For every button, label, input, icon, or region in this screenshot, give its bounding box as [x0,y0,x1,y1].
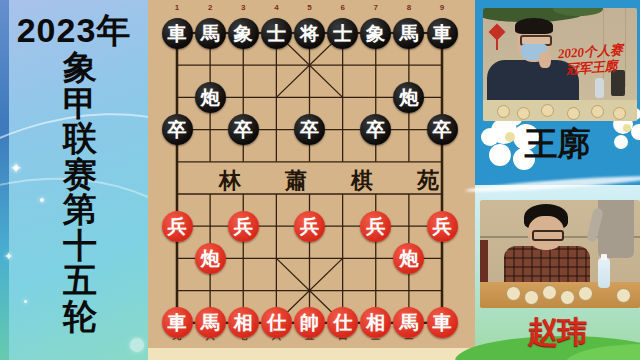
piece-black-馬[interactable]: 馬 [393,18,424,49]
event-title-char: 五 [0,263,160,299]
event-title-char: 十 [0,228,160,264]
event-title-char: 第 [0,192,160,228]
player-glasses [532,230,564,241]
water-bottle [598,258,610,288]
river-character: 林 [215,166,245,196]
game-table [483,100,637,121]
column-number: 3 [233,3,253,12]
piece-red-車[interactable]: 車 [162,307,193,338]
event-title-char: 联 [0,121,160,157]
piece-black-士[interactable]: 士 [261,18,292,49]
river-character: 蕭 [281,166,311,196]
piece-black-士[interactable]: 士 [327,18,358,49]
piece-red-兵[interactable]: 兵 [360,211,391,242]
video-frame: ✦ ✦ ✦ 2023年 象甲联赛第十五轮 123456789 林蕭棋苑 九八七六… [0,0,640,360]
column-number: 7 [366,3,386,12]
bottle [595,78,604,98]
piece-black-将[interactable]: 将 [294,18,325,49]
piece-black-車[interactable]: 車 [427,18,458,49]
board-bottom-margin [148,348,475,360]
column-number: 9 [432,3,452,12]
piece-red-兵[interactable]: 兵 [228,211,259,242]
piece-black-卒[interactable]: 卒 [427,114,458,145]
piece-red-仕[interactable]: 仕 [261,307,292,338]
player-hair [515,18,553,34]
wallpaper-bubble [130,338,144,352]
piece-red-兵[interactable]: 兵 [162,211,193,242]
piece-red-馬[interactable]: 馬 [195,307,226,338]
column-number: 1 [167,3,187,12]
event-title-char: 甲 [0,86,160,122]
column-number: 6 [333,3,353,12]
water-bottle-cap [601,254,607,260]
piece-red-車[interactable]: 車 [427,307,458,338]
event-title-char: 赛 [0,157,160,193]
xiangqi-board: 123456789 林蕭棋苑 九八七六五四三二一 車馬象士将士象馬車炮炮卒卒卒卒… [148,0,475,360]
photo-caption: 2020个人赛 冠军王廓 [544,41,637,79]
player-plaid-shirt [504,246,590,286]
chinese-knot-tassel [496,36,498,50]
river-character: 苑 [413,166,443,196]
player-photo-zhao-wei [480,200,640,308]
event-title-char: 象 [0,50,160,86]
bystander [598,200,634,258]
piece-black-炮[interactable]: 炮 [195,82,226,113]
column-number: 2 [200,3,220,12]
column-number: 8 [399,3,419,12]
piece-black-象[interactable]: 象 [228,18,259,49]
piece-red-炮[interactable]: 炮 [195,243,226,274]
piece-red-兵[interactable]: 兵 [427,211,458,242]
piece-black-卒[interactable]: 卒 [228,114,259,145]
piece-black-卒[interactable]: 卒 [162,114,193,145]
column-number: 4 [266,3,286,12]
left-banner: ✦ ✦ ✦ 2023年 象甲联赛第十五轮 [0,0,148,360]
player-photo-wang-kuo: 2020个人赛 冠军王廓 [483,8,637,121]
piece-red-相[interactable]: 相 [228,307,259,338]
piece-black-卒[interactable]: 卒 [294,114,325,145]
piece-black-馬[interactable]: 馬 [195,18,226,49]
column-number: 5 [300,3,320,12]
player-name-bottom: 赵玮 [475,312,640,353]
event-title-char: 轮 [0,299,160,335]
piece-black-象[interactable]: 象 [360,18,391,49]
player-name-top: 王廓 [475,122,640,167]
river-character: 棋 [347,166,377,196]
event-title: 象甲联赛第十五轮 [0,50,160,334]
piece-black-車[interactable]: 車 [162,18,193,49]
game-table [480,282,640,308]
piece-red-兵[interactable]: 兵 [294,211,325,242]
players-panel: 2020个人赛 冠军王廓 王廓 赵玮 [475,0,640,360]
